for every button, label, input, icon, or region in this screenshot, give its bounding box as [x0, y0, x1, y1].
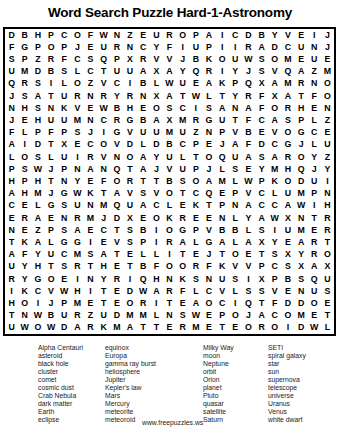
- grid-cell: E: [163, 322, 176, 334]
- grid-cell: E: [18, 224, 31, 236]
- grid-cell: K: [202, 53, 215, 65]
- grid-cell: I: [189, 102, 202, 114]
- grid-cell: A: [268, 151, 281, 163]
- grid-cell: U: [150, 29, 163, 41]
- grid-cell: S: [5, 53, 18, 65]
- grid-cell: B: [44, 310, 57, 322]
- grid-cell: L: [44, 151, 57, 163]
- grid-cell: Y: [308, 151, 321, 163]
- grid-cell: N: [163, 273, 176, 285]
- grid-cell: R: [123, 175, 136, 187]
- grid-cell: Y: [321, 163, 334, 175]
- grid-cell: T: [97, 285, 110, 297]
- grid-cell: I: [150, 236, 163, 248]
- grid-cell: G: [18, 41, 31, 53]
- grid-cell: P: [295, 114, 308, 126]
- grid-cell: V: [229, 261, 242, 273]
- grid-cell: V: [110, 236, 123, 248]
- grid-cell: C: [110, 78, 123, 90]
- grid-cell: N: [110, 151, 123, 163]
- grid-cell: S: [242, 285, 255, 297]
- grid-cell: L: [229, 285, 242, 297]
- grid-cell: T: [189, 151, 202, 163]
- grid-cell: F: [150, 261, 163, 273]
- grid-cell: E: [110, 261, 123, 273]
- grid-cell: X: [255, 273, 268, 285]
- grid-cell: D: [110, 212, 123, 224]
- grid-cell: P: [58, 163, 71, 175]
- grid-cell: P: [202, 41, 215, 53]
- grid-cell: P: [31, 41, 44, 53]
- grid-cell: U: [308, 285, 321, 297]
- word-list-item: meteorite: [105, 408, 200, 416]
- grid-cell: H: [71, 285, 84, 297]
- grid-cell: H: [5, 175, 18, 187]
- grid-cell: N: [163, 310, 176, 322]
- grid-cell: G: [71, 236, 84, 248]
- word-list-column-4: SETIspiral galaxystarsunsupernovatelesco…: [268, 344, 340, 424]
- word-list-item: gamma ray burst: [105, 360, 200, 368]
- grid-cell: P: [216, 200, 229, 212]
- grid-cell: L: [150, 310, 163, 322]
- grid-cell: U: [176, 163, 189, 175]
- grid-cell: X: [123, 53, 136, 65]
- grid-cell: S: [321, 285, 334, 297]
- grid-cell: A: [123, 322, 136, 334]
- grid-cell: S: [229, 163, 242, 175]
- grid-cell: U: [189, 41, 202, 53]
- grid-cell: U: [123, 66, 136, 78]
- grid-cell: A: [84, 163, 97, 175]
- grid-cell: L: [44, 236, 57, 248]
- grid-cell: S: [71, 127, 84, 139]
- grid-cell: U: [110, 66, 123, 78]
- grid-cell: F: [18, 249, 31, 261]
- grid-cell: T: [176, 249, 189, 261]
- grid-cell: N: [58, 175, 71, 187]
- grid-cell: O: [163, 224, 176, 236]
- grid-cell: E: [110, 297, 123, 309]
- word-list-item: Uranus: [268, 400, 340, 408]
- grid-cell: O: [44, 41, 57, 53]
- grid-cell: K: [216, 261, 229, 273]
- grid-cell: C: [268, 261, 281, 273]
- grid-cell: S: [281, 114, 294, 126]
- grid-cell: C: [268, 139, 281, 151]
- grid-cell: U: [58, 90, 71, 102]
- puzzle-grid-border: DBHPCOFWNZEUROPAICDBYVEIJFGPOPJEURNCYFIU…: [3, 27, 336, 336]
- grid-cell: N: [97, 163, 110, 175]
- grid-cell: I: [242, 273, 255, 285]
- grid-cell: M: [123, 310, 136, 322]
- grid-cell: E: [58, 273, 71, 285]
- grid-cell: V: [150, 53, 163, 65]
- grid-cell: Q: [97, 53, 110, 65]
- grid-cell: R: [84, 151, 97, 163]
- grid-cell: E: [123, 249, 136, 261]
- grid-cell: N: [110, 29, 123, 41]
- grid-cell: G: [202, 236, 215, 248]
- grid-cell: Q: [242, 297, 255, 309]
- grid-cell: T: [110, 249, 123, 261]
- grid-cell: R: [18, 212, 31, 224]
- grid-cell: O: [163, 261, 176, 273]
- grid-cell: E: [97, 236, 110, 248]
- grid-cell: C: [176, 102, 189, 114]
- grid-cell: O: [163, 188, 176, 200]
- grid-cell: V: [281, 29, 294, 41]
- grid-cell: R: [255, 322, 268, 334]
- grid-cell: S: [255, 151, 268, 163]
- grid-cell: N: [44, 102, 57, 114]
- grid-cell: L: [189, 236, 202, 248]
- grid-cell: A: [5, 188, 18, 200]
- grid-cell: D: [150, 139, 163, 151]
- grid-cell: B: [163, 139, 176, 151]
- grid-cell: D: [58, 322, 71, 334]
- grid-cell: V: [242, 261, 255, 273]
- grid-cell: H: [5, 297, 18, 309]
- grid-cell: M: [268, 163, 281, 175]
- grid-cell: M: [321, 66, 334, 78]
- grid-cell: I: [84, 285, 97, 297]
- grid-cell: V: [150, 188, 163, 200]
- grid-cell: C: [97, 114, 110, 126]
- grid-cell: O: [268, 322, 281, 334]
- grid-cell: L: [308, 114, 321, 126]
- grid-cell: Q: [295, 163, 308, 175]
- grid-cell: T: [202, 200, 215, 212]
- grid-cell: K: [163, 212, 176, 224]
- grid-cell: T: [321, 236, 334, 248]
- grid-cell: Y: [71, 175, 84, 187]
- grid-cell: T: [44, 175, 57, 187]
- grid-cell: A: [242, 102, 255, 114]
- grid-cell: S: [84, 249, 97, 261]
- page-title: Word Search Puzzle Hard-1-Astronomy: [0, 5, 340, 20]
- grid-cell: O: [150, 212, 163, 224]
- grid-cell: O: [321, 78, 334, 90]
- grid-cell: F: [202, 261, 215, 273]
- grid-cell: J: [321, 41, 334, 53]
- grid-cell: H: [31, 29, 44, 41]
- grid-cell: N: [71, 163, 84, 175]
- grid-cell: H: [31, 114, 44, 126]
- grid-cell: R: [281, 151, 294, 163]
- grid-cell: Y: [229, 90, 242, 102]
- grid-cell: C: [268, 200, 281, 212]
- grid-cell: P: [44, 29, 57, 41]
- grid-cell: I: [308, 200, 321, 212]
- grid-cell: T: [321, 310, 334, 322]
- grid-cell: J: [295, 139, 308, 151]
- grid-cell: A: [242, 151, 255, 163]
- grid-cell: O: [44, 273, 57, 285]
- grid-cell: X: [255, 236, 268, 248]
- grid-cell: T: [123, 261, 136, 273]
- grid-cell: Q: [281, 66, 294, 78]
- grid-cell: N: [84, 114, 97, 126]
- grid-cell: J: [308, 163, 321, 175]
- grid-cell: D: [255, 139, 268, 151]
- grid-cell: D: [281, 297, 294, 309]
- grid-cell: W: [189, 90, 202, 102]
- grid-cell: I: [44, 78, 57, 90]
- grid-cell: P: [216, 310, 229, 322]
- grid-cell: V: [268, 66, 281, 78]
- grid-cell: U: [97, 310, 110, 322]
- grid-cell: O: [268, 102, 281, 114]
- grid-cell: S: [58, 66, 71, 78]
- grid-cell: M: [189, 322, 202, 334]
- grid-cell: H: [281, 163, 294, 175]
- grid-cell: E: [281, 236, 294, 248]
- grid-cell: N: [18, 310, 31, 322]
- grid-cell: F: [44, 127, 57, 139]
- grid-cell: Q: [137, 273, 150, 285]
- grid-cell: Y: [229, 66, 242, 78]
- grid-cell: T: [97, 297, 110, 309]
- grid-cell: E: [229, 322, 242, 334]
- grid-cell: G: [58, 188, 71, 200]
- grid-cell: D: [295, 175, 308, 187]
- grid-cell: B: [163, 175, 176, 187]
- grid-cell: P: [308, 188, 321, 200]
- grid-cell: K: [84, 188, 97, 200]
- grid-cell: O: [242, 322, 255, 334]
- grid-cell: C: [268, 310, 281, 322]
- grid-cell: Q: [110, 163, 123, 175]
- grid-cell: G: [202, 114, 215, 126]
- grid-cell: R: [71, 261, 84, 273]
- grid-cell: P: [58, 41, 71, 53]
- grid-cell: W: [137, 285, 150, 297]
- grid-cell: I: [321, 175, 334, 187]
- grid-cell: S: [229, 273, 242, 285]
- grid-cell: J: [44, 297, 57, 309]
- grid-cell: Z: [321, 114, 334, 126]
- grid-cell: E: [189, 212, 202, 224]
- grid-cell: F: [163, 41, 176, 53]
- grid-cell: S: [123, 224, 136, 236]
- grid-cell: J: [242, 66, 255, 78]
- grid-cell: W: [97, 102, 110, 114]
- grid-cell: X: [150, 90, 163, 102]
- grid-cell: X: [150, 66, 163, 78]
- grid-cell: O: [18, 297, 31, 309]
- grid-cell: I: [150, 224, 163, 236]
- grid-cell: L: [150, 249, 163, 261]
- grid-cell: I: [281, 322, 294, 334]
- grid-cell: C: [229, 29, 242, 41]
- grid-cell: M: [163, 127, 176, 139]
- grid-cell: C: [176, 139, 189, 151]
- grid-cell: C: [255, 114, 268, 126]
- grid-cell: A: [71, 224, 84, 236]
- word-list-item: sun: [268, 368, 340, 376]
- grid-cell: S: [255, 66, 268, 78]
- grid-cell: Z: [308, 66, 321, 78]
- grid-cell: F: [97, 175, 110, 187]
- grid-cell: T: [137, 322, 150, 334]
- grid-cell: X: [321, 261, 334, 273]
- grid-cell: R: [44, 53, 57, 65]
- word-list-item: Venus: [268, 408, 340, 416]
- grid-cell: N: [202, 273, 215, 285]
- grid-cell: R: [110, 114, 123, 126]
- grid-cell: L: [58, 78, 71, 90]
- grid-cell: R: [202, 66, 215, 78]
- grid-cell: U: [216, 114, 229, 126]
- grid-cell: R: [163, 285, 176, 297]
- grid-cell: B: [110, 102, 123, 114]
- grid-cell: A: [308, 261, 321, 273]
- grid-cell: W: [31, 310, 44, 322]
- grid-cell: U: [176, 127, 189, 139]
- grid-cell: T: [255, 249, 268, 261]
- grid-cell: E: [18, 114, 31, 126]
- grid-cell: T: [5, 236, 18, 248]
- grid-cell: F: [242, 114, 255, 126]
- grid-cell: P: [44, 224, 57, 236]
- grid-cell: U: [71, 200, 84, 212]
- grid-cell: P: [255, 175, 268, 187]
- grid-cell: S: [58, 200, 71, 212]
- grid-cell: J: [5, 114, 18, 126]
- word-list-item: Jupiter: [105, 376, 200, 384]
- grid-cell: R: [308, 236, 321, 248]
- grid-cell: E: [202, 139, 215, 151]
- grid-cell: T: [255, 297, 268, 309]
- grid-cell: Y: [31, 249, 44, 261]
- grid-cell: W: [97, 29, 110, 41]
- grid-cell: N: [137, 90, 150, 102]
- grid-cell: R: [189, 114, 202, 126]
- grid-cell: S: [18, 163, 31, 175]
- grid-cell: K: [176, 273, 189, 285]
- grid-cell: I: [84, 236, 97, 248]
- grid-cell: B: [137, 78, 150, 90]
- grid-cell: L: [137, 139, 150, 151]
- grid-cell: E: [216, 188, 229, 200]
- grid-cell: S: [255, 53, 268, 65]
- grid-cell: I: [150, 297, 163, 309]
- grid-cell: J: [71, 41, 84, 53]
- grid-cell: T: [123, 163, 136, 175]
- grid-cell: R: [110, 273, 123, 285]
- grid-cell: C: [189, 188, 202, 200]
- grid-cell: L: [176, 151, 189, 163]
- grid-cell: T: [44, 139, 57, 151]
- grid-cell: V: [97, 151, 110, 163]
- grid-cell: U: [163, 151, 176, 163]
- grid-cell: S: [281, 261, 294, 273]
- grid-cell: C: [58, 249, 71, 261]
- grid-cell: E: [84, 102, 97, 114]
- grid-cell: E: [321, 127, 334, 139]
- grid-cell: A: [110, 188, 123, 200]
- grid-cell: M: [18, 66, 31, 78]
- grid-cell: E: [44, 212, 57, 224]
- grid-cell: R: [321, 224, 334, 236]
- grid-cell: Y: [150, 151, 163, 163]
- grid-cell: T: [97, 66, 110, 78]
- grid-cell: P: [229, 78, 242, 90]
- grid-cell: G: [176, 224, 189, 236]
- grid-cell: O: [281, 175, 294, 187]
- word-list-item: Kepler's law: [105, 384, 200, 392]
- grid-cell: P: [216, 127, 229, 139]
- grid-cell: C: [58, 29, 71, 41]
- word-list-item: heliosphere: [105, 368, 200, 376]
- grid-cell: M: [31, 188, 44, 200]
- grid-cell: J: [97, 212, 110, 224]
- grid-cell: R: [189, 261, 202, 273]
- grid-cell: P: [268, 273, 281, 285]
- grid-cell: P: [18, 53, 31, 65]
- grid-cell: R: [71, 212, 84, 224]
- grid-cell: O: [216, 53, 229, 65]
- grid-cell: H: [31, 261, 44, 273]
- grid-cell: H: [321, 200, 334, 212]
- grid-cell: X: [281, 249, 294, 261]
- grid-cell: A: [150, 114, 163, 126]
- grid-cell: E: [308, 310, 321, 322]
- grid-cell: S: [31, 78, 44, 90]
- word-list-item: telescope: [268, 384, 340, 392]
- grid-cell: C: [150, 200, 163, 212]
- grid-cell: U: [308, 53, 321, 65]
- grid-cell: L: [71, 66, 84, 78]
- grid-cell: N: [58, 212, 71, 224]
- grid-cell: N: [216, 212, 229, 224]
- grid-cell: A: [163, 66, 176, 78]
- grid-cell: W: [308, 322, 321, 334]
- grid-cell: N: [202, 127, 215, 139]
- grid-cell: S: [58, 261, 71, 273]
- grid-cell: A: [242, 200, 255, 212]
- grid-cell: I: [216, 29, 229, 41]
- grid-cell: P: [189, 163, 202, 175]
- grid-cell: B: [137, 114, 150, 126]
- grid-cell: C: [308, 127, 321, 139]
- grid-cell: D: [31, 139, 44, 151]
- grid-cell: L: [137, 249, 150, 261]
- grid-cell: U: [5, 261, 18, 273]
- grid-cell: M: [71, 249, 84, 261]
- grid-cell: O: [308, 297, 321, 309]
- grid-cell: N: [84, 273, 97, 285]
- grid-cell: F: [308, 90, 321, 102]
- grid-cell: T: [150, 322, 163, 334]
- grid-cell: U: [229, 53, 242, 65]
- grid-cell: O: [31, 322, 44, 334]
- grid-cell: N: [5, 224, 18, 236]
- grid-cell: U: [58, 114, 71, 126]
- grid-cell: X: [163, 114, 176, 126]
- grid-cell: G: [295, 127, 308, 139]
- grid-cell: I: [308, 29, 321, 41]
- grid-cell: O: [150, 102, 163, 114]
- grid-cell: R: [110, 41, 123, 53]
- grid-cell: G: [110, 127, 123, 139]
- grid-cell: A: [202, 29, 215, 41]
- word-list-item: SETI: [268, 344, 340, 352]
- grid-cell: S: [163, 102, 176, 114]
- grid-cell: E: [242, 249, 255, 261]
- grid-cell: Z: [84, 78, 97, 90]
- grid-cell: L: [5, 151, 18, 163]
